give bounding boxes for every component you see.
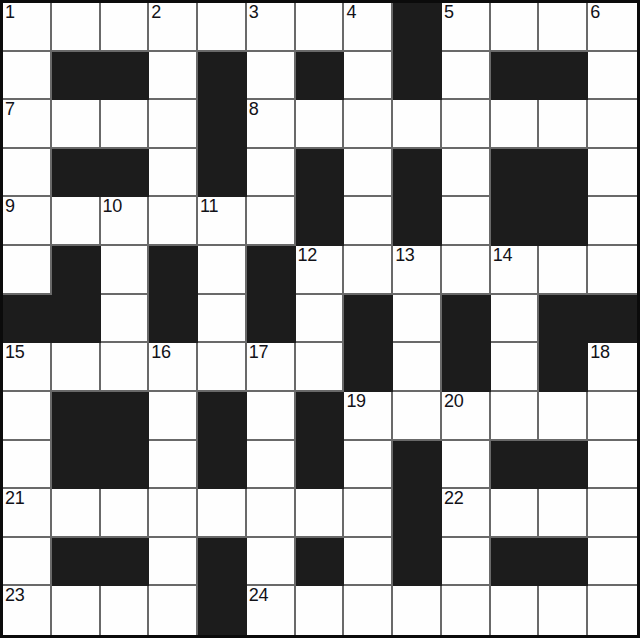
clue-number-14: 14 [493,246,512,265]
white-cell-r4-c12[interactable] [588,197,637,246]
black-cell-r1-c1 [52,52,101,101]
black-cell-r4-c6 [296,197,345,246]
clue-number-12: 12 [298,246,317,265]
black-cell-r6-c9 [442,295,491,344]
black-cell-r1-c6 [296,52,345,101]
white-cell-r7-c4[interactable] [198,343,247,392]
white-cell-r5-c7[interactable] [344,246,393,295]
black-cell-r3-c2 [101,149,150,198]
black-cell-r4-c11 [539,197,588,246]
black-cell-r11-c8 [393,538,442,587]
white-cell-r8-c11[interactable] [539,392,588,441]
white-cell-r4-c7[interactable] [344,197,393,246]
white-cell-r1-c9[interactable] [442,52,491,101]
white-cell-r8-c12[interactable] [588,392,637,441]
white-cell-r4-c0[interactable]: 9 [3,197,52,246]
white-cell-r11-c0[interactable] [3,538,52,587]
clue-number-6: 6 [590,3,600,22]
white-cell-r10-c3[interactable] [149,489,198,538]
clue-number-19: 19 [346,392,365,411]
black-cell-r4-c10 [491,197,540,246]
white-cell-r4-c3[interactable] [149,197,198,246]
clue-number-23: 23 [5,586,24,605]
black-cell-r9-c2 [101,441,150,490]
black-cell-r0-c8 [393,3,442,52]
white-cell-r2-c10[interactable] [491,100,540,149]
white-cell-r6-c10[interactable] [491,295,540,344]
white-cell-r1-c3[interactable] [149,52,198,101]
white-cell-r5-c4[interactable] [198,246,247,295]
black-cell-r6-c7 [344,295,393,344]
black-cell-r11-c1 [52,538,101,587]
black-cell-r1-c10 [491,52,540,101]
white-cell-r3-c0[interactable] [3,149,52,198]
white-cell-r7-c0[interactable]: 15 [3,343,52,392]
white-cell-r12-c9[interactable] [442,586,491,635]
white-cell-r0-c4[interactable] [198,3,247,52]
white-cell-r11-c5[interactable] [247,538,296,587]
black-cell-r5-c5 [247,246,296,295]
white-cell-r10-c9[interactable]: 22 [442,489,491,538]
black-cell-r8-c2 [101,392,150,441]
black-cell-r9-c10 [491,441,540,490]
clue-number-21: 21 [5,489,24,508]
white-cell-r1-c0[interactable] [3,52,52,101]
white-cell-r0-c10[interactable] [491,3,540,52]
white-cell-r4-c2[interactable]: 10 [101,197,150,246]
black-cell-r12-c4 [198,586,247,635]
white-cell-r9-c5[interactable] [247,441,296,490]
white-cell-r5-c2[interactable] [101,246,150,295]
black-cell-r3-c10 [491,149,540,198]
white-cell-r5-c8[interactable]: 13 [393,246,442,295]
white-cell-r4-c5[interactable] [247,197,296,246]
black-cell-r4-c8 [393,197,442,246]
white-cell-r7-c5[interactable]: 17 [247,343,296,392]
black-cell-r1-c2 [101,52,150,101]
white-cell-r9-c7[interactable] [344,441,393,490]
white-cell-r8-c3[interactable] [149,392,198,441]
white-cell-r11-c7[interactable] [344,538,393,587]
black-cell-r6-c5 [247,295,296,344]
white-cell-r2-c12[interactable] [588,100,637,149]
white-cell-r12-c3[interactable] [149,586,198,635]
white-cell-r0-c7[interactable]: 4 [344,3,393,52]
white-cell-r6-c8[interactable] [393,295,442,344]
black-cell-r9-c6 [296,441,345,490]
white-cell-r3-c5[interactable] [247,149,296,198]
clue-number-13: 13 [395,246,414,265]
white-cell-r0-c12[interactable]: 6 [588,3,637,52]
black-cell-r1-c8 [393,52,442,101]
black-cell-r9-c1 [52,441,101,490]
white-cell-r0-c9[interactable]: 5 [442,3,491,52]
black-cell-r1-c11 [539,52,588,101]
white-cell-r3-c9[interactable] [442,149,491,198]
white-cell-r2-c0[interactable]: 7 [3,100,52,149]
white-cell-r7-c1[interactable] [52,343,101,392]
black-cell-r6-c3 [149,295,198,344]
white-cell-r9-c9[interactable] [442,441,491,490]
white-cell-r2-c5[interactable]: 8 [247,100,296,149]
white-cell-r2-c2[interactable] [101,100,150,149]
white-cell-r3-c3[interactable] [149,149,198,198]
white-cell-r2-c1[interactable] [52,100,101,149]
white-cell-r10-c1[interactable] [52,489,101,538]
white-cell-r12-c2[interactable] [101,586,150,635]
white-cell-r5-c11[interactable] [539,246,588,295]
black-cell-r2-c4 [198,100,247,149]
white-cell-r11-c9[interactable] [442,538,491,587]
black-cell-r9-c11 [539,441,588,490]
white-cell-r10-c2[interactable] [101,489,150,538]
clue-number-10: 10 [103,197,122,216]
clue-number-2: 2 [151,3,161,22]
white-cell-r6-c6[interactable] [296,295,345,344]
white-cell-r3-c7[interactable] [344,149,393,198]
white-cell-r4-c9[interactable] [442,197,491,246]
clue-number-7: 7 [5,100,15,119]
white-cell-r0-c6[interactable] [296,3,345,52]
white-cell-r12-c7[interactable] [344,586,393,635]
white-cell-r12-c6[interactable] [296,586,345,635]
white-cell-r11-c12[interactable] [588,538,637,587]
white-cell-r9-c0[interactable] [3,441,52,490]
white-cell-r10-c10[interactable] [491,489,540,538]
black-cell-r3-c1 [52,149,101,198]
white-cell-r10-c5[interactable] [247,489,296,538]
clue-number-9: 9 [5,197,15,216]
white-cell-r12-c8[interactable] [393,586,442,635]
white-cell-r0-c5[interactable]: 3 [247,3,296,52]
white-cell-r6-c2[interactable] [101,295,150,344]
black-cell-r8-c1 [52,392,101,441]
white-cell-r2-c11[interactable] [539,100,588,149]
black-cell-r11-c2 [101,538,150,587]
white-cell-r4-c4[interactable]: 11 [198,197,247,246]
black-cell-r3-c4 [198,149,247,198]
white-cell-r7-c6[interactable] [296,343,345,392]
black-cell-r11-c10 [491,538,540,587]
white-cell-r7-c8[interactable] [393,343,442,392]
black-cell-r3-c8 [393,149,442,198]
white-cell-r10-c6[interactable] [296,489,345,538]
white-cell-r2-c7[interactable] [344,100,393,149]
black-cell-r6-c1 [52,295,101,344]
white-cell-r9-c3[interactable] [149,441,198,490]
black-cell-r9-c8 [393,441,442,490]
black-cell-r1-c4 [198,52,247,101]
white-cell-r10-c12[interactable] [588,489,637,538]
white-cell-r0-c11[interactable] [539,3,588,52]
white-cell-r10-c7[interactable] [344,489,393,538]
black-cell-r5-c1 [52,246,101,295]
white-cell-r8-c10[interactable] [491,392,540,441]
white-cell-r1-c7[interactable] [344,52,393,101]
white-cell-r7-c10[interactable] [491,343,540,392]
black-cell-r10-c8 [393,489,442,538]
white-cell-r2-c3[interactable] [149,100,198,149]
black-cell-r7-c11 [539,343,588,392]
white-cell-r10-c11[interactable] [539,489,588,538]
white-cell-r8-c9[interactable]: 20 [442,392,491,441]
white-cell-r2-c9[interactable] [442,100,491,149]
black-cell-r3-c6 [296,149,345,198]
white-cell-r8-c7[interactable]: 19 [344,392,393,441]
white-cell-r7-c12[interactable]: 18 [588,343,637,392]
white-cell-r3-c12[interactable] [588,149,637,198]
clue-number-1: 1 [5,3,15,22]
white-cell-r2-c8[interactable] [393,100,442,149]
white-cell-r7-c3[interactable]: 16 [149,343,198,392]
white-cell-r5-c12[interactable] [588,246,637,295]
white-cell-r0-c0[interactable]: 1 [3,3,52,52]
black-cell-r9-c4 [198,441,247,490]
white-cell-r12-c11[interactable] [539,586,588,635]
black-cell-r6-c12 [588,295,637,344]
clue-number-11: 11 [200,197,218,216]
white-cell-r10-c4[interactable] [198,489,247,538]
white-cell-r12-c10[interactable] [491,586,540,635]
white-cell-r8-c0[interactable] [3,392,52,441]
white-cell-r6-c4[interactable] [198,295,247,344]
black-cell-r8-c4 [198,392,247,441]
white-cell-r1-c12[interactable] [588,52,637,101]
crossword-grid: 123456789101112131415161718192021222324 [0,0,640,638]
clue-number-8: 8 [249,100,259,119]
white-cell-r12-c1[interactable] [52,586,101,635]
white-cell-r4-c1[interactable] [52,197,101,246]
clue-number-22: 22 [444,489,463,508]
white-cell-r5-c6[interactable]: 12 [296,246,345,295]
white-cell-r10-c0[interactable]: 21 [3,489,52,538]
black-cell-r11-c11 [539,538,588,587]
white-cell-r0-c3[interactable]: 2 [149,3,198,52]
white-cell-r7-c2[interactable] [101,343,150,392]
clue-number-24: 24 [249,586,268,605]
white-cell-r0-c2[interactable] [101,3,150,52]
black-cell-r7-c7 [344,343,393,392]
clue-number-4: 4 [346,3,356,22]
white-cell-r0-c1[interactable] [52,3,101,52]
black-cell-r11-c4 [198,538,247,587]
black-cell-r3-c11 [539,149,588,198]
clue-number-3: 3 [249,3,259,22]
white-cell-r8-c5[interactable] [247,392,296,441]
clue-number-16: 16 [151,343,170,362]
clue-number-17: 17 [249,343,268,362]
white-cell-r5-c10[interactable]: 14 [491,246,540,295]
clue-number-18: 18 [590,343,609,362]
white-cell-r11-c3[interactable] [149,538,198,587]
clue-number-15: 15 [5,343,24,362]
white-cell-r12-c5[interactable]: 24 [247,586,296,635]
white-cell-r5-c0[interactable] [3,246,52,295]
white-cell-r8-c8[interactable] [393,392,442,441]
white-cell-r9-c12[interactable] [588,441,637,490]
black-cell-r6-c11 [539,295,588,344]
white-cell-r12-c0[interactable]: 23 [3,586,52,635]
black-cell-r7-c9 [442,343,491,392]
white-cell-r2-c6[interactable] [296,100,345,149]
black-cell-r5-c3 [149,246,198,295]
black-cell-r6-c0 [3,295,52,344]
black-cell-r8-c6 [296,392,345,441]
white-cell-r12-c12[interactable] [588,586,637,635]
white-cell-r5-c9[interactable] [442,246,491,295]
clue-number-20: 20 [444,392,463,411]
white-cell-r1-c5[interactable] [247,52,296,101]
clue-number-5: 5 [444,3,454,22]
black-cell-r11-c6 [296,538,345,587]
